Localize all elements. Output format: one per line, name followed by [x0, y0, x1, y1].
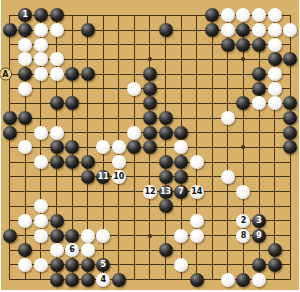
board-cell[interactable]	[205, 125, 221, 140]
board-cell[interactable]	[33, 272, 49, 287]
board-cell[interactable]	[33, 52, 49, 67]
board-cell[interactable]	[18, 155, 34, 170]
board-cell[interactable]	[18, 23, 34, 38]
board-cell[interactable]	[173, 67, 189, 82]
board-cell[interactable]	[33, 258, 49, 273]
board-cell[interactable]	[18, 243, 34, 258]
board-cell[interactable]	[251, 258, 267, 273]
board-cell[interactable]	[95, 199, 111, 214]
board-cell[interactable]	[111, 258, 127, 273]
board-cell[interactable]	[18, 272, 34, 287]
board-cell[interactable]	[282, 23, 298, 38]
board-cell[interactable]	[158, 96, 174, 111]
board-cell[interactable]	[220, 67, 236, 82]
board-cell[interactable]	[205, 243, 221, 258]
board-cell[interactable]	[80, 67, 96, 82]
board-cell[interactable]	[33, 228, 49, 243]
board-cell[interactable]	[33, 96, 49, 111]
board-cell[interactable]	[251, 8, 267, 23]
board-cell[interactable]	[205, 111, 221, 126]
board-cell[interactable]	[236, 258, 252, 273]
board-cell[interactable]	[142, 155, 158, 170]
board-cell[interactable]	[64, 8, 80, 23]
board-cell[interactable]	[18, 140, 34, 155]
board-cell[interactable]	[282, 81, 298, 96]
board-cell[interactable]	[111, 52, 127, 67]
board-cell[interactable]	[64, 23, 80, 38]
board-cell[interactable]	[2, 96, 18, 111]
board-cell[interactable]	[18, 170, 34, 185]
board-cell[interactable]	[80, 125, 96, 140]
board-cell[interactable]	[33, 199, 49, 214]
board-cell[interactable]	[95, 140, 111, 155]
board-cell[interactable]	[64, 81, 80, 96]
board-cell[interactable]	[127, 111, 143, 126]
board-cell[interactable]	[111, 272, 127, 287]
board-cell[interactable]	[236, 243, 252, 258]
board-cell[interactable]	[33, 214, 49, 229]
board-cell[interactable]: 8	[236, 228, 252, 243]
board-cell[interactable]	[236, 67, 252, 82]
board-cell[interactable]	[18, 214, 34, 229]
board-cell[interactable]	[95, 81, 111, 96]
board-cell[interactable]	[142, 243, 158, 258]
board-cell[interactable]	[18, 52, 34, 67]
board-cell[interactable]	[282, 199, 298, 214]
board-cell[interactable]	[95, 228, 111, 243]
board-cell[interactable]	[18, 258, 34, 273]
board-cell[interactable]	[158, 125, 174, 140]
board-cell[interactable]	[142, 111, 158, 126]
board-cell[interactable]	[2, 272, 18, 287]
board-cell[interactable]	[236, 37, 252, 52]
board-cell[interactable]	[95, 125, 111, 140]
board-cell[interactable]	[189, 214, 205, 229]
board-cell[interactable]	[64, 258, 80, 273]
board-cell[interactable]	[127, 155, 143, 170]
board-cell[interactable]	[2, 214, 18, 229]
board-cell[interactable]	[95, 67, 111, 82]
board-cell[interactable]	[2, 170, 18, 185]
board-cell[interactable]	[64, 184, 80, 199]
board-cell[interactable]	[33, 125, 49, 140]
board-cell[interactable]	[251, 184, 267, 199]
board-cell[interactable]	[282, 8, 298, 23]
board-cell[interactable]	[64, 228, 80, 243]
board-cell[interactable]	[111, 184, 127, 199]
board-cell[interactable]	[142, 272, 158, 287]
board-cell[interactable]	[267, 96, 283, 111]
board-cell[interactable]	[251, 125, 267, 140]
board-cell[interactable]	[142, 37, 158, 52]
board-cell[interactable]	[251, 67, 267, 82]
board-cell[interactable]	[267, 258, 283, 273]
board-cell[interactable]	[251, 272, 267, 287]
board-cell[interactable]	[33, 8, 49, 23]
board-cell[interactable]	[111, 111, 127, 126]
board-cell[interactable]	[251, 52, 267, 67]
board-cell[interactable]	[80, 272, 96, 287]
board-cell[interactable]	[205, 258, 221, 273]
board-cell[interactable]	[267, 155, 283, 170]
board-cell[interactable]	[127, 272, 143, 287]
board-cell[interactable]	[49, 243, 65, 258]
board-cell[interactable]	[2, 23, 18, 38]
board-cell[interactable]	[173, 140, 189, 155]
board-cell[interactable]	[80, 8, 96, 23]
board-cell[interactable]	[127, 243, 143, 258]
board-cell[interactable]	[158, 67, 174, 82]
board-cell[interactable]	[189, 52, 205, 67]
board-cell[interactable]	[2, 199, 18, 214]
board-cell[interactable]	[80, 184, 96, 199]
board-cell[interactable]	[282, 67, 298, 82]
board-cell[interactable]: 2	[236, 214, 252, 229]
board-cell[interactable]	[49, 184, 65, 199]
board-cell[interactable]	[173, 125, 189, 140]
board-cell[interactable]	[251, 170, 267, 185]
board-cell[interactable]	[64, 52, 80, 67]
board-cell[interactable]	[282, 243, 298, 258]
board-cell[interactable]	[282, 52, 298, 67]
board-cell[interactable]	[267, 272, 283, 287]
board-cell[interactable]	[205, 140, 221, 155]
board-cell[interactable]	[80, 228, 96, 243]
board-cell[interactable]	[220, 52, 236, 67]
board-cell[interactable]	[127, 37, 143, 52]
board-cell[interactable]	[220, 140, 236, 155]
board-cell[interactable]	[158, 52, 174, 67]
board-cell[interactable]	[173, 8, 189, 23]
board-cell[interactable]	[49, 96, 65, 111]
board-cell[interactable]	[189, 272, 205, 287]
board-cell[interactable]	[95, 23, 111, 38]
board-cell[interactable]	[95, 155, 111, 170]
board-cell[interactable]	[267, 214, 283, 229]
board-cell[interactable]	[18, 125, 34, 140]
board-cell[interactable]	[205, 170, 221, 185]
board-cell[interactable]	[220, 228, 236, 243]
board-cell[interactable]: 13	[158, 184, 174, 199]
board-cell[interactable]	[236, 184, 252, 199]
board-cell[interactable]	[80, 111, 96, 126]
board-cell[interactable]	[236, 170, 252, 185]
board-cell[interactable]	[18, 111, 34, 126]
board-cell[interactable]	[95, 52, 111, 67]
board-cell[interactable]	[251, 23, 267, 38]
board-cell[interactable]	[2, 140, 18, 155]
board-cell[interactable]	[189, 125, 205, 140]
board-cell[interactable]	[251, 37, 267, 52]
board-cell[interactable]	[205, 155, 221, 170]
board-cell[interactable]	[64, 37, 80, 52]
board-cell[interactable]	[236, 140, 252, 155]
board-cell[interactable]	[220, 170, 236, 185]
board-cell[interactable]	[80, 214, 96, 229]
board-cell[interactable]	[173, 272, 189, 287]
board-cell[interactable]	[205, 52, 221, 67]
board-cell[interactable]	[18, 199, 34, 214]
board-cell[interactable]	[205, 96, 221, 111]
board-cell[interactable]	[80, 96, 96, 111]
board-cell[interactable]	[2, 228, 18, 243]
board-cell[interactable]	[80, 37, 96, 52]
board-cell[interactable]	[127, 23, 143, 38]
board-cell[interactable]	[236, 111, 252, 126]
board-cell[interactable]	[158, 81, 174, 96]
board-cell[interactable]	[189, 258, 205, 273]
board-cell[interactable]	[267, 52, 283, 67]
board-cell[interactable]	[127, 184, 143, 199]
board-cell[interactable]	[49, 8, 65, 23]
board-cell[interactable]: 11	[95, 170, 111, 185]
board-cell[interactable]	[158, 272, 174, 287]
board-cell[interactable]	[189, 199, 205, 214]
board-cell[interactable]	[236, 23, 252, 38]
board-cell[interactable]	[236, 8, 252, 23]
board-cell[interactable]	[142, 8, 158, 23]
board-cell[interactable]	[64, 140, 80, 155]
board-cell[interactable]	[142, 96, 158, 111]
board-cell[interactable]	[236, 125, 252, 140]
board-cell[interactable]	[173, 111, 189, 126]
board-cell[interactable]	[49, 258, 65, 273]
board-cell[interactable]	[33, 155, 49, 170]
board-cell[interactable]	[173, 81, 189, 96]
board-cell[interactable]	[18, 184, 34, 199]
board-cell[interactable]	[18, 37, 34, 52]
board-cell[interactable]	[49, 81, 65, 96]
board-cell[interactable]	[127, 199, 143, 214]
board-cell[interactable]	[49, 272, 65, 287]
board-cell[interactable]	[267, 184, 283, 199]
board-cell[interactable]	[267, 140, 283, 155]
board-cell[interactable]	[236, 155, 252, 170]
board-cell[interactable]	[49, 125, 65, 140]
board-cell[interactable]: A	[2, 67, 18, 82]
board-cell[interactable]	[251, 81, 267, 96]
board-cell[interactable]	[80, 258, 96, 273]
board-cell[interactable]: 5	[95, 258, 111, 273]
board-cell[interactable]	[282, 155, 298, 170]
board-cell[interactable]	[158, 8, 174, 23]
board-cell[interactable]	[236, 272, 252, 287]
board-cell[interactable]	[267, 37, 283, 52]
board-cell[interactable]	[267, 81, 283, 96]
board-cell[interactable]	[111, 8, 127, 23]
board-cell[interactable]	[220, 111, 236, 126]
board-cell[interactable]	[251, 199, 267, 214]
board-cell[interactable]	[189, 23, 205, 38]
board-cell[interactable]	[49, 214, 65, 229]
board-cell[interactable]	[18, 67, 34, 82]
board-cell[interactable]	[95, 214, 111, 229]
board-cell[interactable]	[33, 170, 49, 185]
board-cell[interactable]	[189, 170, 205, 185]
board-cell[interactable]	[282, 37, 298, 52]
board-cell[interactable]	[64, 155, 80, 170]
board-cell[interactable]	[173, 96, 189, 111]
board-cell[interactable]	[158, 111, 174, 126]
board-cell[interactable]	[64, 214, 80, 229]
board-cell[interactable]	[251, 96, 267, 111]
board-cell[interactable]	[95, 96, 111, 111]
board-cell[interactable]	[236, 96, 252, 111]
board-cell[interactable]	[80, 243, 96, 258]
board-cell[interactable]	[95, 243, 111, 258]
board-cell[interactable]	[111, 140, 127, 155]
board-cell[interactable]	[220, 96, 236, 111]
board-cell[interactable]	[49, 52, 65, 67]
board-cell[interactable]	[267, 23, 283, 38]
board-cell[interactable]	[220, 184, 236, 199]
board-cell[interactable]: 9	[251, 228, 267, 243]
board-cell[interactable]	[2, 258, 18, 273]
board-cell[interactable]	[64, 125, 80, 140]
board-cell[interactable]	[142, 214, 158, 229]
board-cell[interactable]	[205, 8, 221, 23]
board-cell[interactable]	[111, 214, 127, 229]
board-cell[interactable]	[267, 199, 283, 214]
board-cell[interactable]	[111, 199, 127, 214]
board-cell[interactable]	[173, 52, 189, 67]
board-cell[interactable]	[64, 96, 80, 111]
board-cell[interactable]: 4	[95, 272, 111, 287]
board-cell[interactable]	[158, 155, 174, 170]
board-cell[interactable]	[173, 214, 189, 229]
board-cell[interactable]	[158, 37, 174, 52]
board-cell[interactable]	[220, 272, 236, 287]
board-cell[interactable]	[111, 125, 127, 140]
board-cell[interactable]	[2, 52, 18, 67]
board-cell[interactable]	[205, 67, 221, 82]
board-cell[interactable]	[2, 81, 18, 96]
board-cell[interactable]	[142, 67, 158, 82]
board-cell[interactable]	[2, 8, 18, 23]
board-cell[interactable]	[267, 170, 283, 185]
board-cell[interactable]	[267, 228, 283, 243]
board-cell[interactable]	[267, 8, 283, 23]
board-cell[interactable]	[142, 228, 158, 243]
board-cell[interactable]: 14	[189, 184, 205, 199]
board-cell[interactable]	[282, 125, 298, 140]
board-cell[interactable]	[18, 81, 34, 96]
board-cell[interactable]	[95, 111, 111, 126]
board-cell[interactable]	[80, 23, 96, 38]
board-cell[interactable]	[95, 8, 111, 23]
board-cell[interactable]	[127, 140, 143, 155]
board-cell[interactable]	[18, 96, 34, 111]
board-cell[interactable]	[158, 199, 174, 214]
board-cell[interactable]	[205, 272, 221, 287]
board-cell[interactable]	[158, 140, 174, 155]
board-cell[interactable]	[142, 140, 158, 155]
board-cell[interactable]	[2, 125, 18, 140]
board-cell[interactable]	[205, 199, 221, 214]
board-cell[interactable]	[127, 81, 143, 96]
board-cell[interactable]	[236, 199, 252, 214]
board-cell[interactable]	[189, 140, 205, 155]
board-cell[interactable]	[189, 155, 205, 170]
board-cell[interactable]: 7	[173, 184, 189, 199]
board-cell[interactable]	[142, 170, 158, 185]
board-cell[interactable]	[282, 170, 298, 185]
board-cell[interactable]	[220, 23, 236, 38]
board-cell[interactable]	[142, 52, 158, 67]
board-cell[interactable]	[33, 140, 49, 155]
board-cell[interactable]	[189, 228, 205, 243]
board-cell[interactable]	[127, 170, 143, 185]
board-cell[interactable]	[80, 155, 96, 170]
board-cell[interactable]	[220, 81, 236, 96]
board-cell[interactable]	[64, 111, 80, 126]
board-cell[interactable]	[158, 228, 174, 243]
board-cell[interactable]	[64, 170, 80, 185]
board-cell[interactable]	[251, 243, 267, 258]
board-cell[interactable]	[158, 258, 174, 273]
board-cell[interactable]	[189, 37, 205, 52]
board-cell[interactable]	[173, 243, 189, 258]
board-cell[interactable]	[158, 23, 174, 38]
board-cell[interactable]	[33, 81, 49, 96]
board-cell[interactable]	[127, 258, 143, 273]
board-cell[interactable]	[80, 140, 96, 155]
board-cell[interactable]	[80, 52, 96, 67]
board-cell[interactable]	[282, 140, 298, 155]
board-cell[interactable]	[189, 96, 205, 111]
board-cell[interactable]	[111, 155, 127, 170]
board-cell[interactable]	[2, 184, 18, 199]
board-cell[interactable]	[267, 243, 283, 258]
board-cell[interactable]	[282, 228, 298, 243]
board-cell[interactable]	[95, 37, 111, 52]
board-cell[interactable]	[49, 67, 65, 82]
board-cell[interactable]	[173, 258, 189, 273]
board-cell[interactable]	[49, 155, 65, 170]
board-cell[interactable]	[220, 8, 236, 23]
board-cell[interactable]	[205, 81, 221, 96]
board-cell[interactable]	[282, 184, 298, 199]
board-cell[interactable]	[127, 52, 143, 67]
board-cell[interactable]	[142, 258, 158, 273]
board-cell[interactable]	[111, 243, 127, 258]
board-cell[interactable]	[142, 81, 158, 96]
board-cell[interactable]	[127, 214, 143, 229]
board-cell[interactable]	[33, 111, 49, 126]
board-cell[interactable]	[282, 214, 298, 229]
board-cell[interactable]	[158, 243, 174, 258]
board-cell[interactable]	[158, 214, 174, 229]
board-cell[interactable]	[2, 155, 18, 170]
board-cell[interactable]	[220, 243, 236, 258]
board-cell[interactable]	[18, 228, 34, 243]
board-cell[interactable]	[205, 214, 221, 229]
board-cell[interactable]	[282, 272, 298, 287]
board-cell[interactable]	[173, 170, 189, 185]
board-cell[interactable]	[205, 184, 221, 199]
board-cell[interactable]	[80, 170, 96, 185]
board-cell[interactable]	[111, 37, 127, 52]
board-cell[interactable]: 10	[111, 170, 127, 185]
board-cell[interactable]	[189, 67, 205, 82]
board-cell[interactable]	[33, 184, 49, 199]
board-cell[interactable]: 1	[18, 8, 34, 23]
board-cell[interactable]	[220, 214, 236, 229]
board-cell[interactable]	[49, 140, 65, 155]
board-cell[interactable]	[189, 111, 205, 126]
board-cell[interactable]	[267, 67, 283, 82]
board-cell[interactable]	[282, 96, 298, 111]
